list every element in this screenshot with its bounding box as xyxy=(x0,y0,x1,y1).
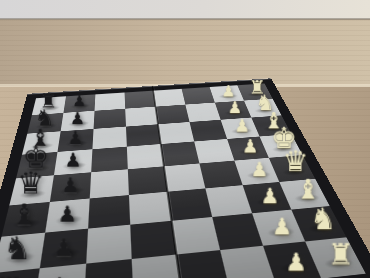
chess-board: ♜♟♟♜♞♟♟♞♝♟♟♝♚♟♟♚♛♟♟♛♝♟♟♝♞♟♟♞♜♟♟♜ xyxy=(0,78,370,278)
board-perspective-scene: ♜♟♟♜♞♟♟♞♝♟♟♝♚♟♟♚♛♟♟♛♝♟♟♝♞♟♟♞♜♟♟♜ xyxy=(0,0,370,278)
white-rook-piece[interactable]: ♜ xyxy=(318,219,364,270)
white-pawn-piece[interactable]: ♟ xyxy=(273,223,319,275)
pieces-layer: ♜♟♟♜♞♟♟♞♝♟♟♝♚♟♟♚♛♟♟♛♝♟♟♝♞♟♟♞♜♟♟♜ xyxy=(0,84,366,278)
black-pawn-piece[interactable]: ♟ xyxy=(35,246,84,278)
photo-chess-scene: ♜♟♟♜♞♟♟♞♝♟♟♝♚♟♟♚♛♟♟♛♝♟♟♝♞♟♟♞♜♟♟♜ xyxy=(0,0,370,278)
black-rook-piece[interactable]: ♜ xyxy=(0,251,34,278)
